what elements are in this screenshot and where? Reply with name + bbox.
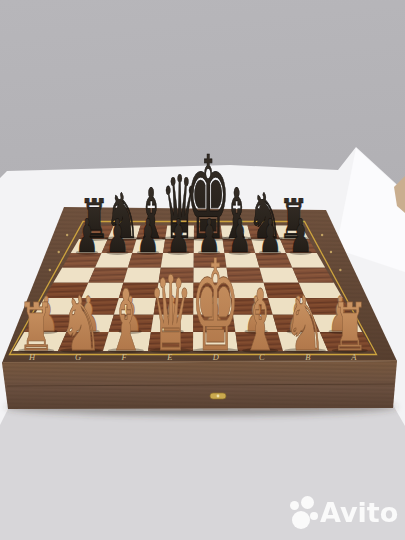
svg-text:♟: ♟ — [75, 208, 98, 262]
listing-photo: HGFEDCBA♜♞♝♛♚♝♞♜♟♟♟♟♟♟♟♟♟♟♟♟♟♟♟♟♜♞♝♛♚♝♞♜… — [0, 0, 405, 540]
piece-white-rook-a1[interactable]: ♜ — [331, 288, 368, 365]
table-surface — [0, 405, 405, 540]
svg-text:♚: ♚ — [191, 231, 240, 379]
piece-black-pawn-b7[interactable]: ♟ — [259, 208, 282, 262]
piece-white-knight-g1[interactable]: ♞ — [60, 279, 103, 368]
chess-scene: HGFEDCBA♜♞♝♛♚♝♞♜♟♟♟♟♟♟♟♟♟♟♟♟♟♟♟♟♜♞♝♛♚♝♞♜ — [0, 0, 405, 540]
svg-text:♝: ♝ — [242, 271, 279, 370]
svg-text:♞: ♞ — [60, 279, 103, 368]
brass-clasp — [210, 393, 226, 399]
piece-black-pawn-h7[interactable]: ♟ — [75, 208, 98, 262]
svg-text:♝: ♝ — [107, 271, 144, 370]
piece-black-pawn-g7[interactable]: ♟ — [106, 208, 129, 262]
svg-text:♞: ♞ — [284, 279, 327, 368]
piece-black-pawn-a7[interactable]: ♟ — [289, 208, 312, 262]
svg-text:♜: ♜ — [331, 288, 368, 365]
piece-white-queen-e1[interactable]: ♛ — [149, 253, 192, 374]
piece-white-bishop-c1[interactable]: ♝ — [242, 271, 279, 370]
piece-white-bishop-f1[interactable]: ♝ — [107, 271, 144, 370]
svg-text:♜: ♜ — [18, 288, 55, 365]
svg-text:♟: ♟ — [289, 208, 312, 262]
svg-text:♛: ♛ — [149, 253, 192, 374]
piece-white-knight-b1[interactable]: ♞ — [284, 279, 327, 368]
svg-text:♟: ♟ — [106, 208, 129, 262]
piece-white-king-d1[interactable]: ♚ — [191, 231, 240, 379]
svg-text:♟: ♟ — [259, 208, 282, 262]
piece-white-rook-h1[interactable]: ♜ — [18, 288, 55, 365]
